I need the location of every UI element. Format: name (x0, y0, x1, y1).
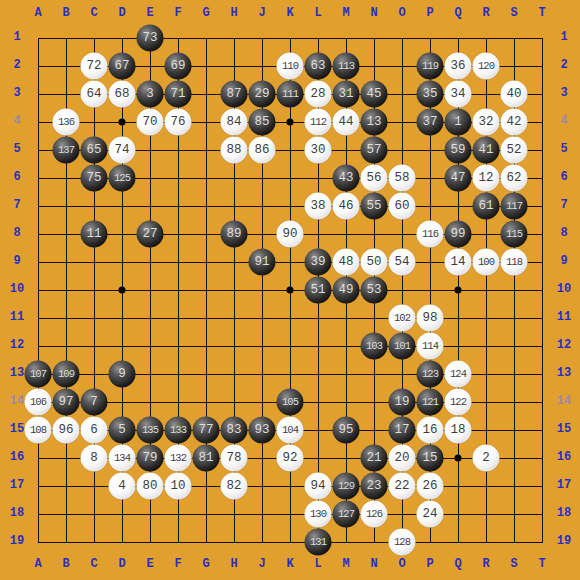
white-stone-Q15[interactable]: 18 (445, 417, 472, 444)
board-point-F9[interactable] (164, 248, 192, 276)
board-point-N2[interactable] (360, 52, 388, 80)
board-point-F12[interactable] (164, 332, 192, 360)
board-point-B2[interactable] (52, 52, 80, 80)
black-stone-P16[interactable]: 15 (417, 445, 444, 472)
board-point-N8[interactable] (360, 220, 388, 248)
black-stone-D6[interactable]: 125 (109, 165, 136, 192)
black-stone-M3[interactable]: 31 (333, 81, 360, 108)
black-stone-L10[interactable]: 51 (305, 277, 332, 304)
white-stone-K15[interactable]: 104 (277, 417, 304, 444)
white-stone-N18[interactable]: 126 (361, 501, 388, 528)
white-stone-D16[interactable]: 134 (109, 445, 136, 472)
black-stone-K14[interactable]: 105 (277, 389, 304, 416)
board-point-H19[interactable] (220, 528, 248, 556)
board-point-G3[interactable] (192, 80, 220, 108)
board-point-Q17[interactable] (444, 472, 472, 500)
board-point-L16[interactable] (304, 444, 332, 472)
black-stone-L9[interactable]: 39 (305, 249, 332, 276)
white-stone-K8[interactable]: 90 (277, 221, 304, 248)
white-stone-P8[interactable]: 116 (417, 221, 444, 248)
board-point-O5[interactable] (388, 136, 416, 164)
board-point-B19[interactable] (52, 528, 80, 556)
black-stone-P3[interactable]: 35 (417, 81, 444, 108)
board-point-G13[interactable] (192, 360, 220, 388)
board-point-K7[interactable] (276, 192, 304, 220)
white-stone-H5[interactable]: 88 (221, 137, 248, 164)
black-stone-P14[interactable]: 121 (417, 389, 444, 416)
board-point-J11[interactable] (248, 304, 276, 332)
white-stone-L7[interactable]: 38 (305, 193, 332, 220)
board-point-B17[interactable] (52, 472, 80, 500)
board-point-K1[interactable] (276, 24, 304, 52)
board-point-B10[interactable] (52, 276, 80, 304)
black-stone-E3[interactable]: 3 (137, 81, 164, 108)
white-stone-N9[interactable]: 50 (361, 249, 388, 276)
black-stone-J4[interactable]: 85 (249, 109, 276, 136)
board-point-H1[interactable] (220, 24, 248, 52)
black-stone-L2[interactable]: 63 (305, 53, 332, 80)
board-point-R13[interactable] (472, 360, 500, 388)
board-point-J19[interactable] (248, 528, 276, 556)
board-point-B11[interactable] (52, 304, 80, 332)
white-stone-O11[interactable]: 102 (389, 305, 416, 332)
white-stone-C15[interactable]: 6 (81, 417, 108, 444)
board-point-L8[interactable] (304, 220, 332, 248)
board-point-D8[interactable] (108, 220, 136, 248)
black-stone-B13[interactable]: 109 (53, 361, 80, 388)
board-point-K13[interactable] (276, 360, 304, 388)
board-point-C1[interactable] (80, 24, 108, 52)
white-stone-Q3[interactable]: 34 (445, 81, 472, 108)
board-point-B16[interactable] (52, 444, 80, 472)
black-stone-F2[interactable]: 69 (165, 53, 192, 80)
board-point-J16[interactable] (248, 444, 276, 472)
board-point-F5[interactable] (164, 136, 192, 164)
board-point-M5[interactable] (332, 136, 360, 164)
black-stone-J3[interactable]: 29 (249, 81, 276, 108)
board-point-D10[interactable] (108, 276, 136, 304)
board-point-R14[interactable] (472, 388, 500, 416)
board-point-K5[interactable] (276, 136, 304, 164)
board-point-J7[interactable] (248, 192, 276, 220)
board-point-N14[interactable] (360, 388, 388, 416)
board-point-J13[interactable] (248, 360, 276, 388)
board-point-P6[interactable] (416, 164, 444, 192)
white-stone-R2[interactable]: 120 (473, 53, 500, 80)
white-stone-S3[interactable]: 40 (501, 81, 528, 108)
black-stone-A13[interactable]: 107 (25, 361, 52, 388)
board-point-Q10[interactable] (444, 276, 472, 304)
white-stone-R6[interactable]: 12 (473, 165, 500, 192)
board-point-L11[interactable] (304, 304, 332, 332)
board-point-G6[interactable] (192, 164, 220, 192)
white-stone-S5[interactable]: 52 (501, 137, 528, 164)
white-stone-P11[interactable]: 98 (417, 305, 444, 332)
white-stone-Q13[interactable]: 124 (445, 361, 472, 388)
black-stone-P2[interactable]: 119 (417, 53, 444, 80)
board-point-E7[interactable] (136, 192, 164, 220)
board-point-J8[interactable] (248, 220, 276, 248)
board-point-F1[interactable] (164, 24, 192, 52)
board-point-R1[interactable] (472, 24, 500, 52)
board-point-G12[interactable] (192, 332, 220, 360)
board-point-E9[interactable] (136, 248, 164, 276)
board-point-B6[interactable] (52, 164, 80, 192)
board-point-G7[interactable] (192, 192, 220, 220)
board-point-H13[interactable] (220, 360, 248, 388)
board-point-F18[interactable] (164, 500, 192, 528)
board-point-R11[interactable] (472, 304, 500, 332)
white-stone-Q2[interactable]: 36 (445, 53, 472, 80)
board-point-D7[interactable] (108, 192, 136, 220)
board-point-K19[interactable] (276, 528, 304, 556)
white-stone-N6[interactable]: 56 (361, 165, 388, 192)
white-stone-L17[interactable]: 94 (305, 473, 332, 500)
board-point-F8[interactable] (164, 220, 192, 248)
white-stone-C3[interactable]: 64 (81, 81, 108, 108)
board-point-S13[interactable] (500, 360, 528, 388)
board-point-L6[interactable] (304, 164, 332, 192)
black-stone-G16[interactable]: 81 (193, 445, 220, 472)
white-stone-Q9[interactable]: 14 (445, 249, 472, 276)
board-point-Q7[interactable] (444, 192, 472, 220)
white-stone-H4[interactable]: 84 (221, 109, 248, 136)
board-point-M12[interactable] (332, 332, 360, 360)
board-point-C12[interactable] (80, 332, 108, 360)
board-point-N15[interactable] (360, 416, 388, 444)
board-point-G19[interactable] (192, 528, 220, 556)
white-stone-A15[interactable]: 108 (25, 417, 52, 444)
board-point-K11[interactable] (276, 304, 304, 332)
board-point-P1[interactable] (416, 24, 444, 52)
board-point-F6[interactable] (164, 164, 192, 192)
white-stone-F4[interactable]: 76 (165, 109, 192, 136)
board-point-B1[interactable] (52, 24, 80, 52)
board-point-O2[interactable] (388, 52, 416, 80)
board-point-O13[interactable] (388, 360, 416, 388)
black-stone-H8[interactable]: 89 (221, 221, 248, 248)
black-stone-S8[interactable]: 115 (501, 221, 528, 248)
board-point-D4[interactable] (108, 108, 136, 136)
board-point-N1[interactable] (360, 24, 388, 52)
black-stone-K3[interactable]: 111 (277, 81, 304, 108)
black-stone-P4[interactable]: 37 (417, 109, 444, 136)
board-point-O18[interactable] (388, 500, 416, 528)
black-stone-B5[interactable]: 137 (53, 137, 80, 164)
white-stone-S4[interactable]: 42 (501, 109, 528, 136)
black-stone-M10[interactable]: 49 (333, 277, 360, 304)
black-stone-N4[interactable]: 13 (361, 109, 388, 136)
white-stone-R4[interactable]: 32 (473, 109, 500, 136)
black-stone-O12[interactable]: 101 (389, 333, 416, 360)
board-point-C7[interactable] (80, 192, 108, 220)
white-stone-S9[interactable]: 118 (501, 249, 528, 276)
white-stone-S6[interactable]: 62 (501, 165, 528, 192)
board-point-H11[interactable] (220, 304, 248, 332)
black-stone-G15[interactable]: 77 (193, 417, 220, 444)
board-point-N19[interactable] (360, 528, 388, 556)
black-stone-M17[interactable]: 129 (333, 473, 360, 500)
board-point-E18[interactable] (136, 500, 164, 528)
board-point-Q19[interactable] (444, 528, 472, 556)
board-point-C19[interactable] (80, 528, 108, 556)
white-stone-D5[interactable]: 74 (109, 137, 136, 164)
board-point-J14[interactable] (248, 388, 276, 416)
board-point-K12[interactable] (276, 332, 304, 360)
white-stone-Q14[interactable]: 122 (445, 389, 472, 416)
black-stone-R7[interactable]: 61 (473, 193, 500, 220)
board-point-C10[interactable] (80, 276, 108, 304)
board-point-B8[interactable] (52, 220, 80, 248)
board-point-B12[interactable] (52, 332, 80, 360)
board-point-R17[interactable] (472, 472, 500, 500)
black-stone-O15[interactable]: 17 (389, 417, 416, 444)
black-stone-N17[interactable]: 23 (361, 473, 388, 500)
black-stone-F15[interactable]: 133 (165, 417, 192, 444)
board-point-L13[interactable] (304, 360, 332, 388)
board-point-D11[interactable] (108, 304, 136, 332)
board-point-Q1[interactable] (444, 24, 472, 52)
black-stone-E16[interactable]: 79 (137, 445, 164, 472)
board-point-M16[interactable] (332, 444, 360, 472)
board-point-C17[interactable] (80, 472, 108, 500)
black-stone-N12[interactable]: 103 (361, 333, 388, 360)
black-stone-H15[interactable]: 83 (221, 417, 248, 444)
board-point-O3[interactable] (388, 80, 416, 108)
black-stone-M2[interactable]: 113 (333, 53, 360, 80)
board-point-M8[interactable] (332, 220, 360, 248)
black-stone-L19[interactable]: 131 (305, 529, 332, 556)
board-point-D12[interactable] (108, 332, 136, 360)
board-point-E12[interactable] (136, 332, 164, 360)
black-stone-N7[interactable]: 55 (361, 193, 388, 220)
board-point-L14[interactable] (304, 388, 332, 416)
black-stone-C6[interactable]: 75 (81, 165, 108, 192)
board-point-G1[interactable] (192, 24, 220, 52)
board-point-J12[interactable] (248, 332, 276, 360)
white-stone-M4[interactable]: 44 (333, 109, 360, 136)
board-point-S17[interactable] (500, 472, 528, 500)
white-stone-B15[interactable]: 96 (53, 417, 80, 444)
board-point-H2[interactable] (220, 52, 248, 80)
black-stone-N10[interactable]: 53 (361, 277, 388, 304)
black-stone-C5[interactable]: 65 (81, 137, 108, 164)
white-stone-P17[interactable]: 26 (417, 473, 444, 500)
white-stone-O17[interactable]: 22 (389, 473, 416, 500)
board-point-J10[interactable] (248, 276, 276, 304)
board-point-S16[interactable] (500, 444, 528, 472)
black-stone-R5[interactable]: 41 (473, 137, 500, 164)
board-point-D14[interactable] (108, 388, 136, 416)
board-point-O4[interactable] (388, 108, 416, 136)
white-stone-O7[interactable]: 60 (389, 193, 416, 220)
white-stone-C2[interactable]: 72 (81, 53, 108, 80)
board-point-G9[interactable] (192, 248, 220, 276)
white-stone-L5[interactable]: 30 (305, 137, 332, 164)
board-point-C9[interactable] (80, 248, 108, 276)
board-point-H7[interactable] (220, 192, 248, 220)
black-stone-Q6[interactable]: 47 (445, 165, 472, 192)
board-point-H9[interactable] (220, 248, 248, 276)
board-point-G14[interactable] (192, 388, 220, 416)
white-stone-L3[interactable]: 28 (305, 81, 332, 108)
white-stone-L18[interactable]: 130 (305, 501, 332, 528)
board-point-Q18[interactable] (444, 500, 472, 528)
board-point-H14[interactable] (220, 388, 248, 416)
board-point-J6[interactable] (248, 164, 276, 192)
white-stone-O6[interactable]: 58 (389, 165, 416, 192)
black-stone-H3[interactable]: 87 (221, 81, 248, 108)
black-stone-B14[interactable]: 97 (53, 389, 80, 416)
board-point-F19[interactable] (164, 528, 192, 556)
white-stone-O9[interactable]: 54 (389, 249, 416, 276)
white-stone-L4[interactable]: 112 (305, 109, 332, 136)
black-stone-C8[interactable]: 11 (81, 221, 108, 248)
board-point-E14[interactable] (136, 388, 164, 416)
board-point-S18[interactable] (500, 500, 528, 528)
white-stone-A14[interactable]: 106 (25, 389, 52, 416)
board-point-L12[interactable] (304, 332, 332, 360)
board-point-K18[interactable] (276, 500, 304, 528)
board-point-P7[interactable] (416, 192, 444, 220)
black-stone-J15[interactable]: 93 (249, 417, 276, 444)
white-stone-P18[interactable]: 24 (417, 501, 444, 528)
black-stone-E15[interactable]: 135 (137, 417, 164, 444)
board-point-K17[interactable] (276, 472, 304, 500)
board-point-S19[interactable] (500, 528, 528, 556)
board-point-N13[interactable] (360, 360, 388, 388)
board-point-R12[interactable] (472, 332, 500, 360)
white-stone-P15[interactable]: 16 (417, 417, 444, 444)
board-point-Q11[interactable] (444, 304, 472, 332)
board-point-F11[interactable] (164, 304, 192, 332)
board-point-D19[interactable] (108, 528, 136, 556)
black-stone-D13[interactable]: 9 (109, 361, 136, 388)
board-point-R18[interactable] (472, 500, 500, 528)
white-stone-J5[interactable]: 86 (249, 137, 276, 164)
board-point-S15[interactable] (500, 416, 528, 444)
board-point-G2[interactable] (192, 52, 220, 80)
white-stone-M7[interactable]: 46 (333, 193, 360, 220)
board-point-S14[interactable] (500, 388, 528, 416)
white-stone-D3[interactable]: 68 (109, 81, 136, 108)
white-stone-F16[interactable]: 132 (165, 445, 192, 472)
board-point-J1[interactable] (248, 24, 276, 52)
board-point-R8[interactable] (472, 220, 500, 248)
board-point-E6[interactable] (136, 164, 164, 192)
board-point-P9[interactable] (416, 248, 444, 276)
board-point-G11[interactable] (192, 304, 220, 332)
black-stone-S7[interactable]: 117 (501, 193, 528, 220)
board-point-S11[interactable] (500, 304, 528, 332)
white-stone-E17[interactable]: 80 (137, 473, 164, 500)
white-stone-C16[interactable]: 8 (81, 445, 108, 472)
white-stone-H17[interactable]: 82 (221, 473, 248, 500)
board-point-C11[interactable] (80, 304, 108, 332)
board-point-L15[interactable] (304, 416, 332, 444)
black-stone-N16[interactable]: 21 (361, 445, 388, 472)
white-stone-F17[interactable]: 10 (165, 473, 192, 500)
board-point-O8[interactable] (388, 220, 416, 248)
board-point-R10[interactable] (472, 276, 500, 304)
white-stone-P12[interactable]: 114 (417, 333, 444, 360)
board-point-E2[interactable] (136, 52, 164, 80)
white-stone-R16[interactable]: 2 (473, 445, 500, 472)
board-point-E10[interactable] (136, 276, 164, 304)
white-stone-D17[interactable]: 4 (109, 473, 136, 500)
white-stone-B4[interactable]: 136 (53, 109, 80, 136)
board-point-M11[interactable] (332, 304, 360, 332)
white-stone-H16[interactable]: 78 (221, 445, 248, 472)
board-point-H12[interactable] (220, 332, 248, 360)
white-stone-K2[interactable]: 110 (277, 53, 304, 80)
board-point-E13[interactable] (136, 360, 164, 388)
board-point-P5[interactable] (416, 136, 444, 164)
board-point-R3[interactable] (472, 80, 500, 108)
black-stone-Q4[interactable]: 1 (445, 109, 472, 136)
board-point-G5[interactable] (192, 136, 220, 164)
white-stone-O19[interactable]: 128 (389, 529, 416, 556)
black-stone-M15[interactable]: 95 (333, 417, 360, 444)
board-point-P10[interactable] (416, 276, 444, 304)
board-point-J18[interactable] (248, 500, 276, 528)
board-point-G4[interactable] (192, 108, 220, 136)
board-point-E19[interactable] (136, 528, 164, 556)
board-point-G10[interactable] (192, 276, 220, 304)
board-point-J2[interactable] (248, 52, 276, 80)
board-point-K6[interactable] (276, 164, 304, 192)
board-point-F10[interactable] (164, 276, 192, 304)
board-point-H10[interactable] (220, 276, 248, 304)
white-stone-E4[interactable]: 70 (137, 109, 164, 136)
board-point-D9[interactable] (108, 248, 136, 276)
board-point-G17[interactable] (192, 472, 220, 500)
black-stone-D15[interactable]: 5 (109, 417, 136, 444)
board-point-E11[interactable] (136, 304, 164, 332)
board-point-N11[interactable] (360, 304, 388, 332)
board-point-S12[interactable] (500, 332, 528, 360)
board-point-Q12[interactable] (444, 332, 472, 360)
black-stone-Q8[interactable]: 99 (445, 221, 472, 248)
board-point-H6[interactable] (220, 164, 248, 192)
black-stone-J9[interactable]: 91 (249, 249, 276, 276)
board-point-M19[interactable] (332, 528, 360, 556)
black-stone-D2[interactable]: 67 (109, 53, 136, 80)
black-stone-M18[interactable]: 127 (333, 501, 360, 528)
black-stone-C14[interactable]: 7 (81, 389, 108, 416)
board-point-S10[interactable] (500, 276, 528, 304)
board-point-F7[interactable] (164, 192, 192, 220)
board-point-R19[interactable] (472, 528, 500, 556)
board-point-F14[interactable] (164, 388, 192, 416)
board-point-K9[interactable] (276, 248, 304, 276)
board-point-K4[interactable] (276, 108, 304, 136)
board-point-M1[interactable] (332, 24, 360, 52)
white-stone-O16[interactable]: 20 (389, 445, 416, 472)
white-stone-K16[interactable]: 92 (277, 445, 304, 472)
board-point-B7[interactable] (52, 192, 80, 220)
black-stone-M6[interactable]: 43 (333, 165, 360, 192)
board-point-F13[interactable] (164, 360, 192, 388)
black-stone-P13[interactable]: 123 (417, 361, 444, 388)
black-stone-O14[interactable]: 19 (389, 389, 416, 416)
board-point-S1[interactable] (500, 24, 528, 52)
board-point-P19[interactable] (416, 528, 444, 556)
board-point-M13[interactable] (332, 360, 360, 388)
board-point-O1[interactable] (388, 24, 416, 52)
board-point-L1[interactable] (304, 24, 332, 52)
black-stone-N3[interactable]: 45 (361, 81, 388, 108)
